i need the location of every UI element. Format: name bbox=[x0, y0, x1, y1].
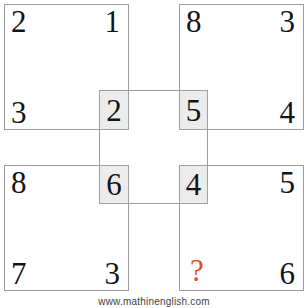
missing-number-question-mark: ? bbox=[190, 255, 204, 286]
shared-cell-number: 6 bbox=[106, 169, 122, 200]
shared-cell-top-left: 2 bbox=[99, 90, 129, 130]
corner-number-top-left: 8 bbox=[11, 167, 27, 198]
shared-cell-top-right: 5 bbox=[179, 90, 208, 130]
corner-number-top-left: 2 bbox=[11, 6, 27, 37]
corner-number-top-right: 3 bbox=[280, 6, 296, 37]
corner-number-bottom-left: 7 bbox=[11, 258, 27, 289]
corner-number-top-left: 8 bbox=[186, 6, 202, 37]
shared-cell-bottom-right: 4 bbox=[179, 165, 208, 204]
corner-number-bottom-right: 6 bbox=[280, 258, 296, 289]
shared-cell-number: 2 bbox=[106, 95, 122, 126]
shared-cell-bottom-left: 6 bbox=[99, 165, 129, 204]
puzzle-board: 2 1 3 8 3 4 8 7 3 5 ? 6 2 5 6 4 www.math… bbox=[0, 0, 308, 308]
shared-cell-number: 4 bbox=[186, 169, 202, 200]
corner-number-bottom-left: 3 bbox=[11, 97, 27, 128]
corner-number-bottom-right: 4 bbox=[280, 97, 296, 128]
watermark: www.mathinenglish.com bbox=[0, 296, 308, 307]
corner-number-top-right: 5 bbox=[280, 167, 296, 198]
shared-cell-number: 5 bbox=[186, 95, 202, 126]
corner-number-bottom-right: 3 bbox=[105, 258, 121, 289]
corner-number-top-right: 1 bbox=[105, 6, 121, 37]
